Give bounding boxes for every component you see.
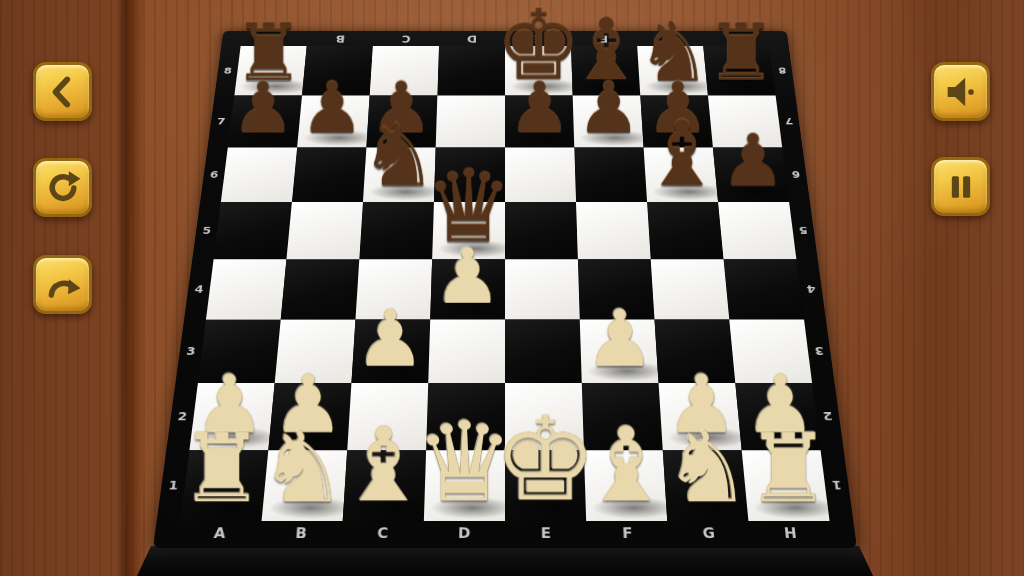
rotate-button[interactable]: [33, 158, 92, 217]
piece-white-pawn-f3[interactable]: ♟: [585, 302, 655, 377]
back-button[interactable]: [33, 62, 92, 121]
square-c1[interactable]: ♝: [343, 450, 426, 521]
square-g4[interactable]: [651, 259, 730, 319]
square-b5[interactable]: [286, 202, 362, 259]
board-grid: ♜♚♝♞♜♟♟♟♟♟♟♞♝♟♛♟♟♟♟♟♟♟♜♞♝♛♚♝♞♜: [180, 46, 829, 521]
square-b4[interactable]: [281, 259, 360, 319]
file-label: D: [439, 31, 505, 46]
square-b1[interactable]: ♞: [262, 450, 348, 521]
game-screen: { "game": "chess", "view": { "style": "3…: [0, 0, 1024, 576]
piece-black-pawn-f7[interactable]: ♟: [577, 75, 640, 142]
file-label: C: [373, 31, 440, 46]
redo-button[interactable]: [33, 255, 92, 314]
piece-black-pawn-h6[interactable]: ♟: [720, 128, 785, 197]
square-b7[interactable]: ♟: [297, 96, 370, 148]
rotate-clockwise-icon: [43, 168, 83, 208]
file-label: H: [748, 521, 833, 548]
piece-white-rook-a1[interactable]: ♜: [179, 424, 264, 514]
piece-black-pawn-e7[interactable]: ♟: [508, 75, 571, 142]
square-d1[interactable]: ♛: [424, 450, 505, 521]
file-labels-bottom: ABCDEFGH: [177, 521, 833, 548]
square-a6[interactable]: [221, 148, 297, 202]
piece-black-pawn-a7[interactable]: ♟: [231, 75, 294, 142]
square-h6[interactable]: ♟: [713, 148, 789, 202]
file-label: E: [505, 521, 587, 548]
file-label: B: [307, 31, 374, 46]
square-e6[interactable]: [505, 148, 576, 202]
file-label: G: [636, 31, 703, 46]
square-e7[interactable]: ♟: [505, 96, 574, 148]
square-g1[interactable]: ♞: [663, 450, 749, 521]
square-f7[interactable]: ♟: [573, 96, 644, 148]
file-label: E: [505, 31, 571, 46]
speaker-icon: [941, 72, 981, 112]
square-b6[interactable]: [292, 148, 366, 202]
file-label: H: [702, 31, 770, 46]
pause-button[interactable]: [931, 157, 990, 216]
square-d7[interactable]: [436, 96, 505, 148]
square-f3[interactable]: ♟: [580, 320, 659, 384]
square-h5[interactable]: [718, 202, 796, 259]
square-e1[interactable]: ♚: [505, 450, 586, 521]
piece-black-pawn-b7[interactable]: ♟: [300, 75, 363, 142]
file-label: F: [586, 521, 669, 548]
pause-icon: [941, 167, 981, 207]
square-f5[interactable]: [576, 202, 651, 259]
square-g6[interactable]: ♝: [644, 148, 718, 202]
board-scene: ABCDEFGH 87654321 87654321 ABCDEFGH ♜♚♝♞…: [153, 31, 857, 548]
board-side-face: [116, 546, 896, 576]
chessboard: ABCDEFGH 87654321 87654321 ABCDEFGH ♜♚♝♞…: [153, 31, 857, 548]
square-d4[interactable]: ♟: [430, 259, 505, 319]
square-a5[interactable]: [214, 202, 292, 259]
chevron-left-icon: [43, 72, 83, 112]
piece-white-pawn-c3[interactable]: ♟: [355, 302, 425, 377]
square-c5[interactable]: [359, 202, 434, 259]
square-d3[interactable]: [428, 320, 505, 384]
file-label: A: [177, 521, 262, 548]
square-h8[interactable]: ♜: [703, 46, 775, 95]
square-e5[interactable]: [505, 202, 578, 259]
file-labels-top: ABCDEFGH: [241, 31, 770, 46]
file-label: A: [241, 31, 309, 46]
square-f6[interactable]: [574, 148, 647, 202]
file-label: G: [667, 521, 751, 548]
file-label: B: [259, 521, 343, 548]
square-h4[interactable]: [724, 259, 804, 319]
piece-white-knight-b1[interactable]: ♞: [258, 420, 346, 514]
redo-arrow-icon: [43, 265, 83, 305]
square-a7[interactable]: ♟: [228, 96, 302, 148]
square-c3[interactable]: ♟: [351, 320, 430, 384]
piece-white-queen-d1[interactable]: ♛: [415, 409, 514, 514]
file-label: C: [341, 521, 424, 548]
square-a4[interactable]: [206, 259, 286, 319]
sound-button[interactable]: [931, 62, 990, 121]
square-a1[interactable]: ♜: [180, 450, 268, 521]
square-g5[interactable]: [647, 202, 723, 259]
piece-black-bishop-g6[interactable]: ♝: [642, 111, 723, 196]
piece-white-rook-h1[interactable]: ♜: [746, 424, 831, 514]
file-label: F: [571, 31, 638, 46]
square-e3[interactable]: [505, 320, 582, 384]
square-e4[interactable]: [505, 259, 580, 319]
file-label: D: [423, 521, 505, 548]
piece-black-rook-h8[interactable]: ♜: [706, 16, 777, 91]
square-h1[interactable]: ♜: [742, 450, 830, 521]
piece-white-knight-g1[interactable]: ♞: [663, 420, 751, 514]
piece-white-pawn-d4[interactable]: ♟: [433, 241, 501, 314]
